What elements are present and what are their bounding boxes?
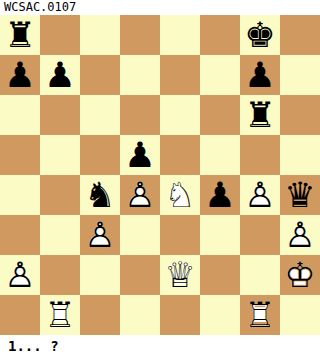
square-c7[interactable]	[80, 55, 120, 95]
square-b4[interactable]	[40, 175, 80, 215]
square-a6[interactable]	[0, 95, 40, 135]
square-e1[interactable]	[160, 295, 200, 335]
square-c6[interactable]	[80, 95, 120, 135]
square-h1[interactable]	[280, 295, 320, 335]
square-b7[interactable]: ♟	[40, 55, 80, 95]
black-knight[interactable]: ♞	[80, 175, 120, 215]
square-b8[interactable]	[40, 15, 80, 55]
square-e6[interactable]	[160, 95, 200, 135]
black-pawn[interactable]: ♟	[0, 55, 40, 95]
black-pawn[interactable]: ♟	[240, 55, 280, 95]
black-rook-glyph: ♜	[0, 15, 40, 55]
white-pawn-glyph-outline: ♙	[240, 175, 280, 215]
black-rook-glyph: ♜	[240, 95, 280, 135]
square-a5[interactable]	[0, 135, 40, 175]
square-g8[interactable]: ♚	[240, 15, 280, 55]
chess-diagram-window: WCSAC.0107 ♜♚♟♟♟♜♟♞♟♙♞♘♟♟♙♛♟♙♟♙♟♙♛♕♚♔♜♖♜…	[0, 0, 320, 360]
square-e5[interactable]	[160, 135, 200, 175]
square-a1[interactable]	[0, 295, 40, 335]
square-h8[interactable]	[280, 15, 320, 55]
black-pawn[interactable]: ♟	[40, 55, 80, 95]
square-d8[interactable]	[120, 15, 160, 55]
black-king[interactable]: ♚	[240, 15, 280, 55]
black-king-glyph: ♚	[240, 15, 280, 55]
square-c3[interactable]: ♟♙	[80, 215, 120, 255]
square-c4[interactable]: ♞	[80, 175, 120, 215]
square-a8[interactable]: ♜	[0, 15, 40, 55]
white-pawn[interactable]: ♟♙	[0, 255, 40, 295]
black-pawn-glyph: ♟	[0, 55, 40, 95]
square-d4[interactable]: ♟♙	[120, 175, 160, 215]
square-d6[interactable]	[120, 95, 160, 135]
square-b5[interactable]	[40, 135, 80, 175]
white-pawn[interactable]: ♟♙	[240, 175, 280, 215]
white-queen[interactable]: ♛♕	[160, 255, 200, 295]
square-h4[interactable]: ♛	[280, 175, 320, 215]
square-b1[interactable]: ♜♖	[40, 295, 80, 335]
white-knight-glyph-outline: ♘	[160, 175, 200, 215]
square-b3[interactable]	[40, 215, 80, 255]
square-h3[interactable]: ♟♙	[280, 215, 320, 255]
white-rook[interactable]: ♜♖	[240, 295, 280, 335]
square-d3[interactable]	[120, 215, 160, 255]
black-knight-glyph: ♞	[80, 175, 120, 215]
square-f8[interactable]	[200, 15, 240, 55]
square-g6[interactable]: ♜	[240, 95, 280, 135]
white-pawn[interactable]: ♟♙	[280, 215, 320, 255]
square-g1[interactable]: ♜♖	[240, 295, 280, 335]
black-pawn-glyph: ♟	[40, 55, 80, 95]
square-d7[interactable]	[120, 55, 160, 95]
black-queen-glyph: ♛	[280, 175, 320, 215]
white-rook-glyph-outline: ♖	[240, 295, 280, 335]
move-prompt: 1... ?	[0, 335, 320, 360]
black-queen[interactable]: ♛	[280, 175, 320, 215]
white-knight[interactable]: ♞♘	[160, 175, 200, 215]
white-pawn[interactable]: ♟♙	[120, 175, 160, 215]
square-a7[interactable]: ♟	[0, 55, 40, 95]
square-d2[interactable]	[120, 255, 160, 295]
black-pawn-glyph: ♟	[240, 55, 280, 95]
square-c2[interactable]	[80, 255, 120, 295]
square-e7[interactable]	[160, 55, 200, 95]
white-pawn[interactable]: ♟♙	[80, 215, 120, 255]
square-a4[interactable]	[0, 175, 40, 215]
square-g3[interactable]	[240, 215, 280, 255]
square-f1[interactable]	[200, 295, 240, 335]
square-a3[interactable]	[0, 215, 40, 255]
square-b2[interactable]	[40, 255, 80, 295]
square-h5[interactable]	[280, 135, 320, 175]
square-d5[interactable]: ♟	[120, 135, 160, 175]
square-f5[interactable]	[200, 135, 240, 175]
white-pawn-glyph-outline: ♙	[0, 255, 40, 295]
white-pawn-glyph-outline: ♙	[280, 215, 320, 255]
square-f3[interactable]	[200, 215, 240, 255]
square-e8[interactable]	[160, 15, 200, 55]
black-rook[interactable]: ♜	[0, 15, 40, 55]
square-f7[interactable]	[200, 55, 240, 95]
black-pawn[interactable]: ♟	[120, 135, 160, 175]
square-b6[interactable]	[40, 95, 80, 135]
square-a2[interactable]: ♟♙	[0, 255, 40, 295]
chess-board: ♜♚♟♟♟♜♟♞♟♙♞♘♟♟♙♛♟♙♟♙♟♙♛♕♚♔♜♖♜♖	[0, 15, 320, 335]
black-pawn-glyph: ♟	[200, 175, 240, 215]
square-e4[interactable]: ♞♘	[160, 175, 200, 215]
black-pawn[interactable]: ♟	[200, 175, 240, 215]
square-g2[interactable]	[240, 255, 280, 295]
square-g4[interactable]: ♟♙	[240, 175, 280, 215]
square-h2[interactable]: ♚♔	[280, 255, 320, 295]
white-rook[interactable]: ♜♖	[40, 295, 80, 335]
square-c1[interactable]	[80, 295, 120, 335]
square-h7[interactable]	[280, 55, 320, 95]
square-c8[interactable]	[80, 15, 120, 55]
square-e3[interactable]	[160, 215, 200, 255]
black-pawn-glyph: ♟	[120, 135, 160, 175]
square-f4[interactable]: ♟	[200, 175, 240, 215]
square-e2[interactable]: ♛♕	[160, 255, 200, 295]
white-king[interactable]: ♚♔	[280, 255, 320, 295]
square-g7[interactable]: ♟	[240, 55, 280, 95]
white-pawn-glyph-outline: ♙	[120, 175, 160, 215]
square-g5[interactable]	[240, 135, 280, 175]
black-rook[interactable]: ♜	[240, 95, 280, 135]
square-c5[interactable]	[80, 135, 120, 175]
square-d1[interactable]	[120, 295, 160, 335]
square-f6[interactable]	[200, 95, 240, 135]
white-king-glyph-outline: ♔	[280, 255, 320, 295]
square-h6[interactable]	[280, 95, 320, 135]
white-pawn-glyph-outline: ♙	[80, 215, 120, 255]
puzzle-title: WCSAC.0107	[0, 0, 320, 15]
white-rook-glyph-outline: ♖	[40, 295, 80, 335]
white-queen-glyph-outline: ♕	[160, 255, 200, 295]
square-f2[interactable]	[200, 255, 240, 295]
